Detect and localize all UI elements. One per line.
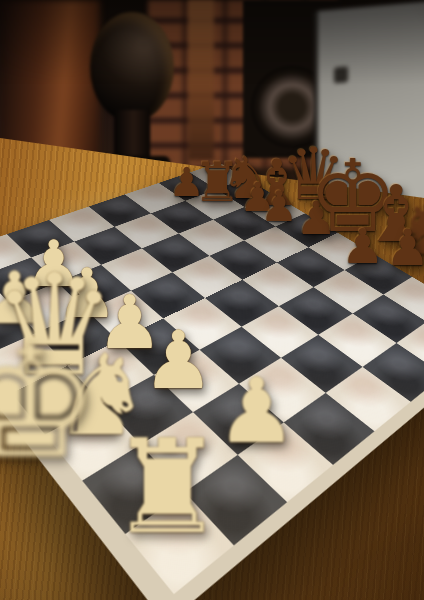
white-rook-h1[interactable]: ♜ bbox=[109, 422, 226, 552]
white-pawn-g3[interactable]: ♟ bbox=[216, 366, 297, 456]
black-pawn-c7[interactable]: ♟ bbox=[260, 186, 298, 228]
chess-photo: ♟♟♟♟♟♟♛♞♚♜♟♜♞♟♝♟♛♟♚♟♝♟♞ bbox=[0, 0, 424, 600]
white-king-e1[interactable]: ♚ bbox=[0, 325, 100, 480]
panel-knob bbox=[334, 66, 348, 83]
white-pawn-f3[interactable]: ♟ bbox=[143, 321, 215, 401]
black-pawn-e7[interactable]: ♟ bbox=[341, 222, 384, 270]
black-pawn-f7[interactable]: ♟ bbox=[386, 223, 424, 273]
